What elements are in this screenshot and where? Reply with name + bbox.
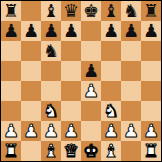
square-b1[interactable] <box>21 141 41 161</box>
square-d2[interactable]: ♟ <box>61 121 81 141</box>
piece-white-king[interactable]: ♚ <box>83 141 99 161</box>
piece-white-knight[interactable]: ♞ <box>103 101 119 121</box>
piece-white-pawn[interactable]: ♟ <box>143 121 159 141</box>
square-c1[interactable]: ♝ <box>41 141 61 161</box>
square-c6[interactable]: ♞ <box>41 41 61 61</box>
piece-white-pawn[interactable]: ♟ <box>123 121 139 141</box>
square-e8[interactable]: ♚ <box>81 1 101 21</box>
piece-white-pawn[interactable]: ♟ <box>23 121 39 141</box>
square-d7[interactable]: ♟ <box>61 21 81 41</box>
square-b2[interactable]: ♟ <box>21 121 41 141</box>
piece-white-knight[interactable]: ♞ <box>43 101 59 121</box>
square-g6[interactable] <box>121 41 141 61</box>
square-f1[interactable]: ♝ <box>101 141 121 161</box>
square-e4[interactable]: ♟ <box>81 81 101 101</box>
piece-black-rook[interactable]: ♜ <box>143 1 159 21</box>
square-f3[interactable]: ♞ <box>101 101 121 121</box>
square-h3[interactable] <box>141 101 161 121</box>
piece-black-king[interactable]: ♚ <box>83 1 99 21</box>
square-b8[interactable] <box>21 1 41 21</box>
square-h5[interactable] <box>141 61 161 81</box>
piece-black-pawn[interactable]: ♟ <box>3 21 19 41</box>
square-e3[interactable] <box>81 101 101 121</box>
square-h1[interactable]: ♜ <box>141 141 161 161</box>
square-c8[interactable]: ♝ <box>41 1 61 21</box>
piece-black-queen[interactable]: ♛ <box>63 1 79 21</box>
square-e5[interactable]: ♟ <box>81 61 101 81</box>
square-a7[interactable]: ♟ <box>1 21 21 41</box>
piece-white-pawn[interactable]: ♟ <box>103 121 119 141</box>
square-h7[interactable]: ♟ <box>141 21 161 41</box>
square-a8[interactable]: ♜ <box>1 1 21 21</box>
square-a1[interactable]: ♜ <box>1 141 21 161</box>
square-c4[interactable] <box>41 81 61 101</box>
piece-white-bishop[interactable]: ♝ <box>43 141 59 161</box>
piece-black-pawn[interactable]: ♟ <box>103 21 119 41</box>
piece-black-pawn[interactable]: ♟ <box>123 21 139 41</box>
square-e7[interactable] <box>81 21 101 41</box>
square-c2[interactable]: ♟ <box>41 121 61 141</box>
piece-white-rook[interactable]: ♜ <box>143 141 159 161</box>
square-f5[interactable] <box>101 61 121 81</box>
square-b5[interactable] <box>21 61 41 81</box>
square-g7[interactable]: ♟ <box>121 21 141 41</box>
square-b7[interactable]: ♟ <box>21 21 41 41</box>
square-h4[interactable] <box>141 81 161 101</box>
square-c5[interactable] <box>41 61 61 81</box>
square-g8[interactable]: ♞ <box>121 1 141 21</box>
square-d1[interactable]: ♛ <box>61 141 81 161</box>
square-h6[interactable] <box>141 41 161 61</box>
square-d5[interactable] <box>61 61 81 81</box>
square-g1[interactable] <box>121 141 141 161</box>
square-b6[interactable] <box>21 41 41 61</box>
square-h2[interactable]: ♟ <box>141 121 161 141</box>
piece-white-pawn[interactable]: ♟ <box>43 121 59 141</box>
square-f2[interactable]: ♟ <box>101 121 121 141</box>
square-g4[interactable] <box>121 81 141 101</box>
piece-black-knight[interactable]: ♞ <box>123 1 139 21</box>
square-g2[interactable]: ♟ <box>121 121 141 141</box>
square-d3[interactable] <box>61 101 81 121</box>
square-d8[interactable]: ♛ <box>61 1 81 21</box>
piece-white-pawn[interactable]: ♟ <box>83 81 99 101</box>
square-g5[interactable] <box>121 61 141 81</box>
piece-white-bishop[interactable]: ♝ <box>103 141 119 161</box>
piece-black-pawn[interactable]: ♟ <box>23 21 39 41</box>
piece-white-rook[interactable]: ♜ <box>3 141 19 161</box>
square-a3[interactable] <box>1 101 21 121</box>
piece-black-pawn[interactable]: ♟ <box>63 21 79 41</box>
square-d4[interactable] <box>61 81 81 101</box>
square-a6[interactable] <box>1 41 21 61</box>
square-c3[interactable]: ♞ <box>41 101 61 121</box>
square-h8[interactable]: ♜ <box>141 1 161 21</box>
piece-black-rook[interactable]: ♜ <box>3 1 19 21</box>
piece-black-pawn[interactable]: ♟ <box>83 61 99 81</box>
chess-board: ♜♝♛♚♝♞♜♟♟♟♟♟♟♟♞♟♟♞♞♟♟♟♟♟♟♟♜♝♛♚♝♜ <box>0 0 162 162</box>
square-e6[interactable] <box>81 41 101 61</box>
square-f8[interactable]: ♝ <box>101 1 121 21</box>
piece-white-queen[interactable]: ♛ <box>63 141 79 161</box>
piece-white-pawn[interactable]: ♟ <box>3 121 19 141</box>
screenshot-stage: ♜♝♛♚♝♞♜♟♟♟♟♟♟♟♞♟♟♞♞♟♟♟♟♟♟♟♜♝♛♚♝♜ <box>0 0 162 162</box>
piece-white-pawn[interactable]: ♟ <box>63 121 79 141</box>
piece-black-pawn[interactable]: ♟ <box>143 21 159 41</box>
square-f4[interactable] <box>101 81 121 101</box>
square-c7[interactable]: ♟ <box>41 21 61 41</box>
square-b4[interactable] <box>21 81 41 101</box>
square-b3[interactable] <box>21 101 41 121</box>
square-f6[interactable] <box>101 41 121 61</box>
piece-black-knight[interactable]: ♞ <box>43 41 59 61</box>
square-d6[interactable] <box>61 41 81 61</box>
square-f7[interactable]: ♟ <box>101 21 121 41</box>
square-a5[interactable] <box>1 61 21 81</box>
piece-black-bishop[interactable]: ♝ <box>103 1 119 21</box>
piece-black-bishop[interactable]: ♝ <box>43 1 59 21</box>
square-a2[interactable]: ♟ <box>1 121 21 141</box>
piece-black-pawn[interactable]: ♟ <box>43 21 59 41</box>
square-g3[interactable] <box>121 101 141 121</box>
square-e2[interactable] <box>81 121 101 141</box>
square-a4[interactable] <box>1 81 21 101</box>
square-e1[interactable]: ♚ <box>81 141 101 161</box>
